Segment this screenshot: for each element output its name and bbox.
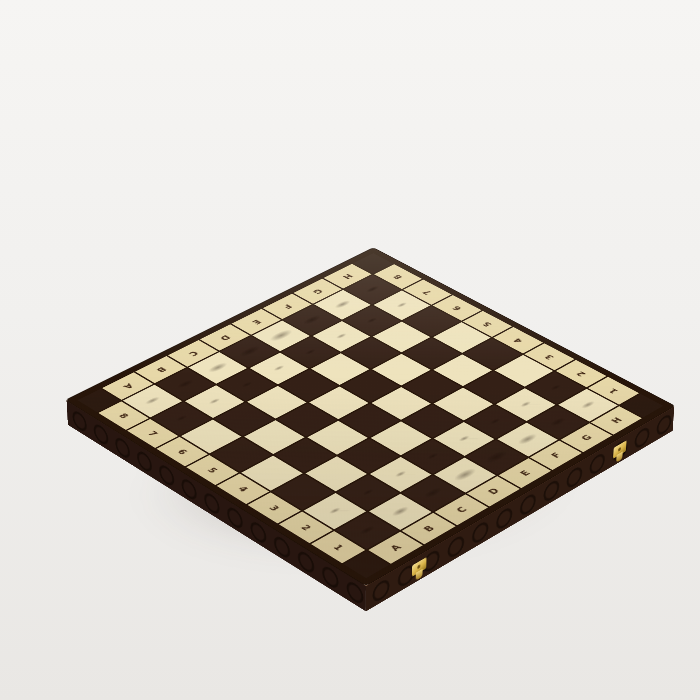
king-finial (279, 250, 284, 255)
queen-crown-balls (457, 396, 474, 400)
chess-board: ABCDEFGH8877665544332211ABCDEFGH ♜♞♝♛♚♝♞… (66, 248, 674, 586)
king-finial (494, 366, 499, 371)
black-pawn-glyph: ♟ (161, 375, 203, 421)
pieces-layer: ♜♞♝♛♚♝♞♜♟♟♟♟♟♟♟♟♟♟♟♟♟♟♟♟♜♞♝♛♚♝♞♜ (66, 248, 674, 586)
clasp-pin-icon (618, 447, 621, 452)
brass-clasp-right (613, 440, 626, 458)
clasp-pin-icon (417, 564, 420, 569)
queen-crown-balls (242, 278, 258, 282)
product-photo: ABCDEFGH8877665544332211ABCDEFGH ♜♞♝♛♚♝♞… (0, 0, 700, 700)
brass-clasp-left (412, 557, 427, 577)
white-rook-glyph: ♜ (339, 471, 396, 535)
scene: ABCDEFGH8877665544332211ABCDEFGH ♜♞♝♛♚♝♞… (0, 0, 700, 700)
